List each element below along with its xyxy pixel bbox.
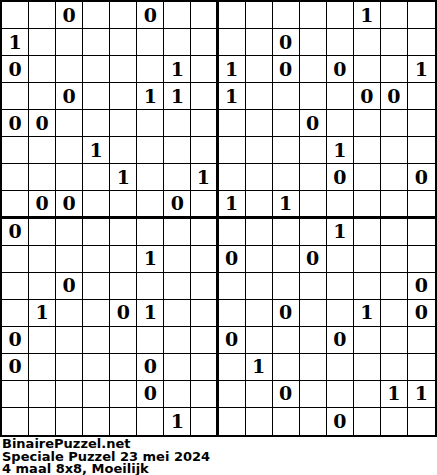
empty-cell-r12c1[interactable] [2, 300, 29, 327]
empty-cell-r16c1[interactable] [2, 408, 29, 435]
empty-cell-r6c3[interactable] [56, 137, 83, 164]
empty-cell-r9c5[interactable] [110, 219, 137, 246]
empty-cell-r12c13[interactable] [327, 300, 354, 327]
empty-cell-r7c1[interactable] [2, 164, 29, 191]
empty-cell-r6c1[interactable] [2, 137, 29, 164]
given-cell-r4c15: 0 [381, 83, 408, 110]
empty-cell-r16c2[interactable] [29, 408, 56, 435]
empty-cell-r6c14[interactable] [354, 137, 381, 164]
empty-cell-r8c16[interactable] [408, 191, 435, 218]
empty-cell-r2c5[interactable] [110, 29, 137, 56]
given-cell-r16c7: 1 [164, 408, 191, 435]
empty-cell-r2c7[interactable] [164, 29, 191, 56]
given-cell-r9c13: 1 [327, 219, 354, 246]
empty-cell-r1c8[interactable] [191, 2, 218, 29]
empty-cell-r10c3[interactable] [56, 246, 83, 273]
given-cell-r7c8: 1 [191, 164, 218, 191]
empty-cell-r14c8[interactable] [191, 354, 218, 381]
empty-cell-r1c16[interactable] [408, 2, 435, 29]
empty-cell-r1c1[interactable] [2, 2, 29, 29]
empty-cell-r13c12[interactable] [300, 327, 327, 354]
empty-cell-r14c7[interactable] [164, 354, 191, 381]
empty-cell-r5c10[interactable] [246, 110, 273, 137]
empty-cell-r3c14[interactable] [354, 56, 381, 83]
puzzle-page: 0011001100101110000011110000011011000010… [0, 0, 437, 475]
empty-cell-r15c1[interactable] [2, 381, 29, 408]
empty-cell-r3c3[interactable] [56, 56, 83, 83]
empty-cell-r13c16[interactable] [408, 327, 435, 354]
empty-cell-r7c14[interactable] [354, 164, 381, 191]
given-cell-r14c6: 0 [137, 354, 164, 381]
empty-cell-r16c11[interactable] [273, 408, 300, 435]
empty-cell-r5c11[interactable] [273, 110, 300, 137]
given-cell-r8c2: 0 [29, 191, 56, 218]
empty-cell-r7c10[interactable] [246, 164, 273, 191]
empty-cell-r13c4[interactable] [83, 327, 110, 354]
empty-cell-r5c9[interactable] [219, 110, 246, 137]
empty-cell-r14c9[interactable] [219, 354, 246, 381]
empty-cell-r8c1[interactable] [2, 191, 29, 218]
empty-cell-r6c5[interactable] [110, 137, 137, 164]
given-cell-r5c1: 0 [2, 110, 29, 137]
given-cell-r3c9: 1 [219, 56, 246, 83]
given-cell-r10c6: 1 [137, 246, 164, 273]
empty-cell-r4c1[interactable] [2, 83, 29, 110]
empty-cell-r7c4[interactable] [83, 164, 110, 191]
empty-cell-r14c4[interactable] [83, 354, 110, 381]
given-cell-r13c9: 0 [219, 327, 246, 354]
empty-cell-r5c16[interactable] [408, 110, 435, 137]
empty-cell-r5c5[interactable] [110, 110, 137, 137]
given-cell-r1c6: 0 [137, 2, 164, 29]
empty-cell-r8c12[interactable] [300, 191, 327, 218]
empty-cell-r11c13[interactable] [327, 273, 354, 300]
empty-cell-r2c6[interactable] [137, 29, 164, 56]
puzzle-caption: BinairePuzzel.net Speciale Puzzel 23 mei… [0, 437, 437, 475]
given-cell-r8c3: 0 [56, 191, 83, 218]
empty-cell-r9c3[interactable] [56, 219, 83, 246]
empty-cell-r6c9[interactable] [219, 137, 246, 164]
empty-cell-r3c4[interactable] [83, 56, 110, 83]
given-cell-r13c1: 0 [2, 327, 29, 354]
given-cell-r8c9: 1 [219, 191, 246, 218]
given-cell-r11c3: 0 [56, 273, 83, 300]
empty-cell-r16c16[interactable] [408, 408, 435, 435]
given-cell-r2c11: 0 [273, 29, 300, 56]
empty-cell-r2c8[interactable] [191, 29, 218, 56]
empty-cell-r15c12[interactable] [300, 381, 327, 408]
empty-cell-r14c5[interactable] [110, 354, 137, 381]
empty-cell-r4c10[interactable] [246, 83, 273, 110]
empty-cell-r6c6[interactable] [137, 137, 164, 164]
given-cell-r11c16: 0 [408, 273, 435, 300]
puzzle-details: 4 maal 8x8, Moeilijk [2, 463, 437, 475]
empty-cell-r16c14[interactable] [354, 408, 381, 435]
empty-cell-r16c3[interactable] [56, 408, 83, 435]
given-cell-r12c16: 0 [408, 300, 435, 327]
empty-cell-r13c8[interactable] [191, 327, 218, 354]
given-cell-r3c13: 0 [327, 56, 354, 83]
given-cell-r1c3: 0 [56, 2, 83, 29]
empty-cell-r11c2[interactable] [29, 273, 56, 300]
empty-cell-r10c2[interactable] [29, 246, 56, 273]
given-cell-r1c14: 1 [354, 2, 381, 29]
given-cell-r6c13: 1 [327, 137, 354, 164]
empty-cell-r9c15[interactable] [381, 219, 408, 246]
empty-cell-r11c14[interactable] [354, 273, 381, 300]
given-cell-r4c9: 1 [219, 83, 246, 110]
empty-cell-r9c11[interactable] [273, 219, 300, 246]
empty-cell-r6c7[interactable] [164, 137, 191, 164]
empty-cell-r4c16[interactable] [408, 83, 435, 110]
empty-cell-r12c12[interactable] [300, 300, 327, 327]
empty-cell-r1c7[interactable] [164, 2, 191, 29]
given-cell-r5c2: 0 [29, 110, 56, 137]
empty-cell-r1c4[interactable] [83, 2, 110, 29]
empty-cell-r14c16[interactable] [408, 354, 435, 381]
empty-cell-r1c12[interactable] [300, 2, 327, 29]
empty-cell-r3c8[interactable] [191, 56, 218, 83]
given-cell-r15c15: 1 [381, 381, 408, 408]
given-cell-r15c16: 1 [408, 381, 435, 408]
empty-cell-r9c8[interactable] [191, 219, 218, 246]
empty-cell-r8c14[interactable] [354, 191, 381, 218]
empty-cell-r4c11[interactable] [273, 83, 300, 110]
empty-cell-r11c10[interactable] [246, 273, 273, 300]
empty-cell-r11c9[interactable] [219, 273, 246, 300]
empty-cell-r12c7[interactable] [164, 300, 191, 327]
empty-cell-r9c12[interactable] [300, 219, 327, 246]
empty-cell-r2c4[interactable] [83, 29, 110, 56]
empty-cell-r10c8[interactable] [191, 246, 218, 273]
empty-cell-r16c6[interactable] [137, 408, 164, 435]
empty-cell-r14c3[interactable] [56, 354, 83, 381]
given-cell-r16c13: 0 [327, 408, 354, 435]
given-cell-r10c9: 0 [219, 246, 246, 273]
empty-cell-r7c6[interactable] [137, 164, 164, 191]
empty-cell-r11c12[interactable] [300, 273, 327, 300]
empty-cell-r11c15[interactable] [381, 273, 408, 300]
empty-cell-r5c14[interactable] [354, 110, 381, 137]
given-cell-r13c13: 0 [327, 327, 354, 354]
given-cell-r3c7: 1 [164, 56, 191, 83]
empty-cell-r8c8[interactable] [191, 191, 218, 218]
empty-cell-r12c9[interactable] [219, 300, 246, 327]
given-cell-r3c16: 1 [408, 56, 435, 83]
empty-cell-r8c4[interactable] [83, 191, 110, 218]
given-cell-r12c14: 1 [354, 300, 381, 327]
empty-cell-r8c15[interactable] [381, 191, 408, 218]
empty-cell-r11c1[interactable] [2, 273, 29, 300]
empty-cell-r16c9[interactable] [219, 408, 246, 435]
empty-cell-r1c10[interactable] [246, 2, 273, 29]
empty-cell-r12c8[interactable] [191, 300, 218, 327]
empty-cell-r16c12[interactable] [300, 408, 327, 435]
empty-cell-r4c2[interactable] [29, 83, 56, 110]
empty-cell-r12c4[interactable] [83, 300, 110, 327]
empty-cell-r3c5[interactable] [110, 56, 137, 83]
empty-cell-r2c12[interactable] [300, 29, 327, 56]
empty-cell-r12c3[interactable] [56, 300, 83, 327]
given-cell-r12c2: 1 [29, 300, 56, 327]
empty-cell-r1c9[interactable] [219, 2, 246, 29]
given-cell-r5c12: 0 [300, 110, 327, 137]
empty-cell-r10c15[interactable] [381, 246, 408, 273]
empty-cell-r2c13[interactable] [327, 29, 354, 56]
empty-cell-r5c3[interactable] [56, 110, 83, 137]
empty-cell-r11c5[interactable] [110, 273, 137, 300]
empty-cell-r6c11[interactable] [273, 137, 300, 164]
empty-cell-r10c10[interactable] [246, 246, 273, 273]
empty-cell-r15c9[interactable] [219, 381, 246, 408]
empty-cell-r7c9[interactable] [219, 164, 246, 191]
empty-cell-r13c6[interactable] [137, 327, 164, 354]
given-cell-r4c7: 1 [164, 83, 191, 110]
empty-cell-r6c12[interactable] [300, 137, 327, 164]
empty-cell-r9c4[interactable] [83, 219, 110, 246]
empty-cell-r13c7[interactable] [164, 327, 191, 354]
given-cell-r14c1: 0 [2, 354, 29, 381]
empty-cell-r14c14[interactable] [354, 354, 381, 381]
empty-cell-r16c5[interactable] [110, 408, 137, 435]
empty-cell-r7c15[interactable] [381, 164, 408, 191]
empty-cell-r12c15[interactable] [381, 300, 408, 327]
empty-cell-r14c15[interactable] [381, 354, 408, 381]
empty-cell-r3c10[interactable] [246, 56, 273, 83]
empty-cell-r6c15[interactable] [381, 137, 408, 164]
empty-cell-r11c4[interactable] [83, 273, 110, 300]
empty-cell-r9c7[interactable] [164, 219, 191, 246]
empty-cell-r7c3[interactable] [56, 164, 83, 191]
empty-cell-r15c5[interactable] [110, 381, 137, 408]
empty-cell-r10c13[interactable] [327, 246, 354, 273]
empty-cell-r16c15[interactable] [381, 408, 408, 435]
empty-cell-r1c5[interactable] [110, 2, 137, 29]
empty-cell-r5c4[interactable] [83, 110, 110, 137]
given-cell-r7c16: 0 [408, 164, 435, 191]
empty-cell-r13c2[interactable] [29, 327, 56, 354]
empty-cell-r2c15[interactable] [381, 29, 408, 56]
given-cell-r3c1: 0 [2, 56, 29, 83]
empty-cell-r15c10[interactable] [246, 381, 273, 408]
empty-cell-r1c2[interactable] [29, 2, 56, 29]
empty-cell-r2c9[interactable] [219, 29, 246, 56]
empty-cell-r13c10[interactable] [246, 327, 273, 354]
empty-cell-r8c6[interactable] [137, 191, 164, 218]
empty-cell-r13c3[interactable] [56, 327, 83, 354]
empty-cell-r10c11[interactable] [273, 246, 300, 273]
empty-cell-r5c8[interactable] [191, 110, 218, 137]
empty-cell-r8c13[interactable] [327, 191, 354, 218]
empty-cell-r15c13[interactable] [327, 381, 354, 408]
empty-cell-r9c14[interactable] [354, 219, 381, 246]
given-cell-r8c7: 0 [164, 191, 191, 218]
empty-cell-r16c4[interactable] [83, 408, 110, 435]
empty-cell-r9c16[interactable] [408, 219, 435, 246]
given-cell-r12c6: 1 [137, 300, 164, 327]
empty-cell-r5c7[interactable] [164, 110, 191, 137]
empty-cell-r14c2[interactable] [29, 354, 56, 381]
given-cell-r2c1: 1 [2, 29, 29, 56]
empty-cell-r6c10[interactable] [246, 137, 273, 164]
given-cell-r4c3: 0 [56, 83, 83, 110]
empty-cell-r2c16[interactable] [408, 29, 435, 56]
empty-cell-r13c5[interactable] [110, 327, 137, 354]
empty-cell-r7c7[interactable] [164, 164, 191, 191]
given-cell-r7c13: 0 [327, 164, 354, 191]
empty-cell-r10c5[interactable] [110, 246, 137, 273]
empty-cell-r9c2[interactable] [29, 219, 56, 246]
empty-cell-r7c12[interactable] [300, 164, 327, 191]
empty-cell-r5c15[interactable] [381, 110, 408, 137]
given-cell-r12c11: 0 [273, 300, 300, 327]
given-cell-r3c11: 0 [273, 56, 300, 83]
empty-cell-r2c14[interactable] [354, 29, 381, 56]
empty-cell-r3c12[interactable] [300, 56, 327, 83]
empty-cell-r7c11[interactable] [273, 164, 300, 191]
empty-cell-r8c10[interactable] [246, 191, 273, 218]
given-cell-r6c4: 1 [83, 137, 110, 164]
empty-cell-r15c2[interactable] [29, 381, 56, 408]
empty-cell-r6c8[interactable] [191, 137, 218, 164]
empty-cell-r10c16[interactable] [408, 246, 435, 273]
empty-cell-r14c11[interactable] [273, 354, 300, 381]
empty-cell-r15c8[interactable] [191, 381, 218, 408]
empty-cell-r15c4[interactable] [83, 381, 110, 408]
empty-cell-r10c4[interactable] [83, 246, 110, 273]
empty-cell-r11c8[interactable] [191, 273, 218, 300]
empty-cell-r14c12[interactable] [300, 354, 327, 381]
given-cell-r7c5: 1 [110, 164, 137, 191]
empty-cell-r5c6[interactable] [137, 110, 164, 137]
empty-cell-r4c4[interactable] [83, 83, 110, 110]
empty-cell-r5c13[interactable] [327, 110, 354, 137]
empty-cell-r13c15[interactable] [381, 327, 408, 354]
empty-cell-r13c11[interactable] [273, 327, 300, 354]
empty-cell-r10c1[interactable] [2, 246, 29, 273]
empty-cell-r6c2[interactable] [29, 137, 56, 164]
empty-cell-r14c13[interactable] [327, 354, 354, 381]
given-cell-r14c10: 1 [246, 354, 273, 381]
empty-cell-r4c8[interactable] [191, 83, 218, 110]
empty-cell-r3c15[interactable] [381, 56, 408, 83]
empty-cell-r11c7[interactable] [164, 273, 191, 300]
empty-cell-r15c7[interactable] [164, 381, 191, 408]
given-cell-r9c1: 0 [2, 219, 29, 246]
empty-cell-r9c10[interactable] [246, 219, 273, 246]
empty-cell-r4c12[interactable] [300, 83, 327, 110]
empty-cell-r16c10[interactable] [246, 408, 273, 435]
empty-cell-r2c2[interactable] [29, 29, 56, 56]
empty-cell-r2c10[interactable] [246, 29, 273, 56]
given-cell-r12c5: 0 [110, 300, 137, 327]
given-cell-r4c14: 0 [354, 83, 381, 110]
empty-cell-r10c7[interactable] [164, 246, 191, 273]
empty-cell-r15c3[interactable] [56, 381, 83, 408]
empty-cell-r1c13[interactable] [327, 2, 354, 29]
empty-cell-r1c11[interactable] [273, 2, 300, 29]
given-cell-r15c11: 0 [273, 381, 300, 408]
given-cell-r10c12: 0 [300, 246, 327, 273]
empty-cell-r13c14[interactable] [354, 327, 381, 354]
empty-cell-r2c3[interactable] [56, 29, 83, 56]
empty-cell-r8c5[interactable] [110, 191, 137, 218]
empty-cell-r3c2[interactable] [29, 56, 56, 83]
empty-cell-r15c14[interactable] [354, 381, 381, 408]
empty-cell-r7c2[interactable] [29, 164, 56, 191]
empty-cell-r9c9[interactable] [219, 219, 246, 246]
given-cell-r4c6: 1 [137, 83, 164, 110]
empty-cell-r11c6[interactable] [137, 273, 164, 300]
given-cell-r15c6: 0 [137, 381, 164, 408]
empty-cell-r9c6[interactable] [137, 219, 164, 246]
given-cell-r8c11: 1 [273, 191, 300, 218]
empty-cell-r4c13[interactable] [327, 83, 354, 110]
empty-cell-r3c6[interactable] [137, 56, 164, 83]
empty-cell-r6c16[interactable] [408, 137, 435, 164]
empty-cell-r1c15[interactable] [381, 2, 408, 29]
empty-cell-r11c11[interactable] [273, 273, 300, 300]
empty-cell-r12c10[interactable] [246, 300, 273, 327]
binary-puzzle-board: 0011001100101110000011110000011011000010… [0, 0, 437, 437]
empty-cell-r10c14[interactable] [354, 246, 381, 273]
empty-cell-r4c5[interactable] [110, 83, 137, 110]
empty-cell-r16c8[interactable] [191, 408, 218, 435]
